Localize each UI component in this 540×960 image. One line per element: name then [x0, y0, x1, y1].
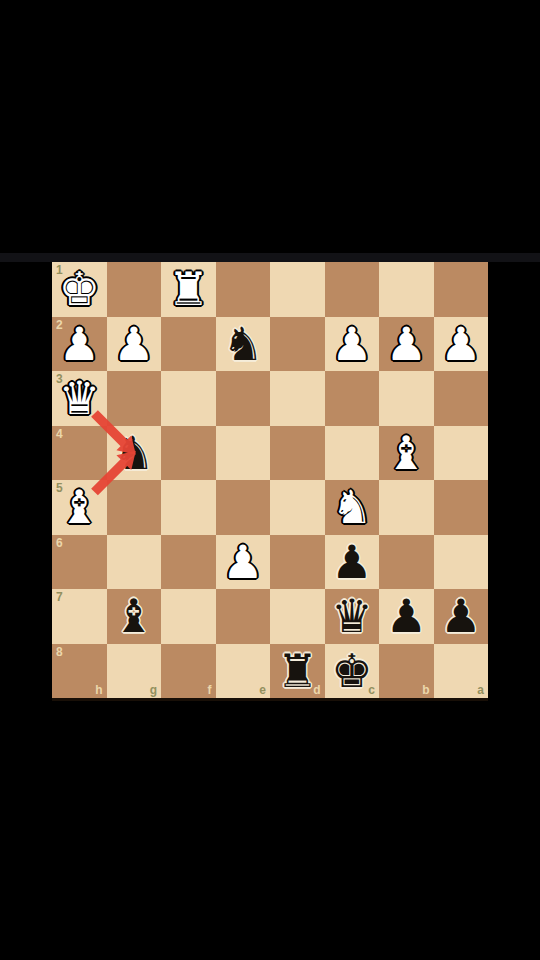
square-a2[interactable]: ♟	[434, 317, 489, 372]
square-b3[interactable]	[379, 371, 434, 426]
square-h5[interactable]: 5♝	[52, 480, 107, 535]
square-e7[interactable]	[216, 589, 271, 644]
piece-black-king[interactable]: ♚	[331, 648, 372, 694]
square-b2[interactable]: ♟	[379, 317, 434, 372]
square-g6[interactable]	[107, 535, 162, 590]
piece-black-bishop[interactable]: ♝	[113, 593, 154, 639]
square-g1[interactable]	[107, 262, 162, 317]
square-a3[interactable]	[434, 371, 489, 426]
square-e8[interactable]: e	[216, 644, 271, 699]
piece-white-rook[interactable]: ♜	[168, 266, 209, 312]
file-label-f: f	[208, 684, 212, 696]
square-d2[interactable]	[270, 317, 325, 372]
square-c3[interactable]	[325, 371, 380, 426]
file-label-h: h	[95, 684, 102, 696]
square-f1[interactable]: ♜	[161, 262, 216, 317]
square-f3[interactable]	[161, 371, 216, 426]
square-g8[interactable]: g	[107, 644, 162, 699]
square-e3[interactable]	[216, 371, 271, 426]
square-f4[interactable]	[161, 426, 216, 481]
rank-label-4: 4	[56, 428, 63, 440]
rank-label-5: 5	[56, 482, 63, 494]
square-h6[interactable]: 6	[52, 535, 107, 590]
square-e4[interactable]	[216, 426, 271, 481]
square-h4[interactable]: 4	[52, 426, 107, 481]
square-e1[interactable]	[216, 262, 271, 317]
square-d5[interactable]	[270, 480, 325, 535]
square-b4[interactable]: ♝	[379, 426, 434, 481]
square-b1[interactable]	[379, 262, 434, 317]
square-a6[interactable]	[434, 535, 489, 590]
square-g2[interactable]: ♟	[107, 317, 162, 372]
piece-black-knight[interactable]: ♞	[113, 430, 154, 476]
piece-white-pawn[interactable]: ♟	[440, 321, 481, 367]
square-g3[interactable]	[107, 371, 162, 426]
square-b7[interactable]: ♟	[379, 589, 434, 644]
square-d4[interactable]	[270, 426, 325, 481]
square-c6[interactable]: ♟	[325, 535, 380, 590]
piece-black-knight[interactable]: ♞	[222, 321, 263, 367]
square-a7[interactable]: ♟	[434, 589, 489, 644]
square-f5[interactable]	[161, 480, 216, 535]
square-g4[interactable]: ♞	[107, 426, 162, 481]
square-h3[interactable]: 3♛	[52, 371, 107, 426]
square-a5[interactable]	[434, 480, 489, 535]
piece-black-pawn[interactable]: ♟	[331, 539, 372, 585]
letterbox-shadow-strip	[0, 253, 540, 262]
square-d8[interactable]: d♜	[270, 644, 325, 699]
square-b6[interactable]	[379, 535, 434, 590]
square-d1[interactable]	[270, 262, 325, 317]
square-a8[interactable]: a	[434, 644, 489, 699]
square-h1[interactable]: 1♚	[52, 262, 107, 317]
square-h8[interactable]: 8h	[52, 644, 107, 699]
square-f7[interactable]	[161, 589, 216, 644]
square-e6[interactable]: ♟	[216, 535, 271, 590]
piece-white-pawn[interactable]: ♟	[386, 321, 427, 367]
square-c4[interactable]	[325, 426, 380, 481]
piece-white-knight[interactable]: ♞	[331, 484, 372, 530]
square-d3[interactable]	[270, 371, 325, 426]
rank-label-7: 7	[56, 591, 63, 603]
square-d7[interactable]	[270, 589, 325, 644]
square-f8[interactable]: f	[161, 644, 216, 699]
square-a4[interactable]	[434, 426, 489, 481]
piece-white-king[interactable]: ♚	[59, 266, 100, 312]
piece-white-pawn[interactable]: ♟	[331, 321, 372, 367]
rank-label-1: 1	[56, 264, 63, 276]
piece-black-pawn[interactable]: ♟	[440, 593, 481, 639]
square-d6[interactable]	[270, 535, 325, 590]
piece-white-bishop[interactable]: ♝	[386, 430, 427, 476]
file-label-e: e	[259, 684, 266, 696]
square-g5[interactable]	[107, 480, 162, 535]
rank-label-8: 8	[56, 646, 63, 658]
chess-board: 1♚♜2♟♟♞♟♟♟3♛4♞♝5♝♞6♟♟7♝♛♟♟8hgfed♜c♚ba	[52, 262, 488, 698]
piece-white-queen[interactable]: ♛	[59, 375, 100, 421]
square-c7[interactable]: ♛	[325, 589, 380, 644]
file-label-b: b	[422, 684, 429, 696]
chess-board-container: 1♚♜2♟♟♞♟♟♟3♛4♞♝5♝♞6♟♟7♝♛♟♟8hgfed♜c♚ba	[52, 262, 488, 698]
piece-black-queen[interactable]: ♛	[331, 593, 372, 639]
piece-white-pawn[interactable]: ♟	[113, 321, 154, 367]
square-h2[interactable]: 2♟	[52, 317, 107, 372]
app-background: 1♚♜2♟♟♞♟♟♟3♛4♞♝5♝♞6♟♟7♝♛♟♟8hgfed♜c♚ba	[0, 0, 540, 960]
square-c2[interactable]: ♟	[325, 317, 380, 372]
square-e2[interactable]: ♞	[216, 317, 271, 372]
square-c8[interactable]: c♚	[325, 644, 380, 699]
file-label-d: d	[313, 684, 320, 696]
piece-black-pawn[interactable]: ♟	[386, 593, 427, 639]
piece-white-pawn[interactable]: ♟	[59, 321, 100, 367]
rank-label-6: 6	[56, 537, 63, 549]
square-c1[interactable]	[325, 262, 380, 317]
piece-white-pawn[interactable]: ♟	[222, 539, 263, 585]
square-b8[interactable]: b	[379, 644, 434, 699]
file-label-c: c	[368, 684, 375, 696]
file-label-a: a	[477, 684, 484, 696]
square-c5[interactable]: ♞	[325, 480, 380, 535]
file-label-g: g	[150, 684, 157, 696]
square-g7[interactable]: ♝	[107, 589, 162, 644]
rank-label-3: 3	[56, 373, 63, 385]
square-a1[interactable]	[434, 262, 489, 317]
square-f6[interactable]	[161, 535, 216, 590]
square-f2[interactable]	[161, 317, 216, 372]
square-b5[interactable]	[379, 480, 434, 535]
square-h7[interactable]: 7	[52, 589, 107, 644]
piece-black-rook[interactable]: ♜	[277, 648, 318, 694]
square-e5[interactable]	[216, 480, 271, 535]
rank-label-2: 2	[56, 319, 63, 331]
piece-white-bishop[interactable]: ♝	[59, 484, 100, 530]
